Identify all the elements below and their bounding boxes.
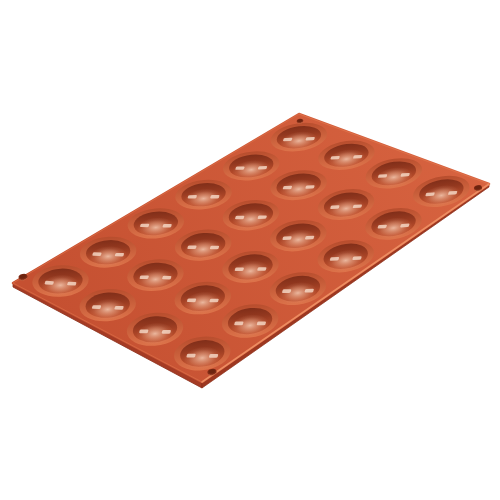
cavity-reflection-left	[139, 275, 149, 279]
cavity-reflection-right	[305, 185, 315, 189]
cavity-reflection-right	[353, 204, 363, 208]
cavity-reflection-left	[283, 186, 293, 190]
cavity-reflection-left	[187, 195, 197, 198]
cavity-reflection-right	[305, 137, 315, 140]
cavity-reflection-right	[353, 155, 363, 159]
cavity-reflection-right	[114, 306, 124, 310]
cavity-reflection-right	[67, 282, 77, 286]
cavity-reflection-right	[304, 289, 314, 293]
product-photo	[0, 0, 500, 500]
cavity-reflection-right	[257, 321, 267, 325]
cavity-reflection-left	[235, 216, 245, 220]
cavity-reflection-right	[258, 166, 268, 169]
cavity-reflection-right	[257, 267, 267, 271]
baking-mould-illustration	[0, 0, 500, 500]
cavity-reflection-left	[377, 225, 387, 229]
cavity-reflection-right	[210, 195, 220, 198]
cavity-reflection-left	[330, 257, 340, 261]
cavity-reflection-left	[187, 298, 197, 302]
cavity-reflection-right	[257, 215, 267, 219]
cavity-reflection-right	[352, 256, 362, 260]
cavity-reflection-left	[330, 205, 340, 209]
cavity-reflection-right	[209, 354, 219, 358]
cavity-reflection-left	[330, 156, 340, 160]
cavity-reflection-left	[92, 305, 102, 309]
cavity-reflection-left	[187, 246, 197, 249]
cavity-reflection-right	[115, 253, 125, 257]
cavity-reflection-right	[161, 330, 171, 334]
cavity-reflection-left	[282, 289, 292, 293]
cavity-reflection-right	[162, 276, 172, 280]
cavity-reflection-left	[44, 281, 54, 285]
cavity-reflection-left	[283, 138, 293, 141]
cavity-reflection-left	[235, 166, 245, 169]
cavity-reflection-left	[186, 354, 196, 358]
cavity-reflection-right	[210, 246, 220, 249]
cavity-reflection-left	[139, 329, 149, 333]
cavity-reflection-left	[234, 322, 244, 326]
cavity-reflection-right	[162, 224, 172, 227]
cavity-reflection-left	[140, 224, 150, 227]
cavity-reflection-left	[92, 252, 102, 256]
cavity-reflection-left	[282, 236, 292, 240]
cavity-reflection-right	[209, 299, 219, 303]
cavity-reflection-right	[400, 224, 410, 228]
cavity-reflection-left	[234, 267, 244, 271]
cavity-reflection-right	[305, 236, 315, 240]
